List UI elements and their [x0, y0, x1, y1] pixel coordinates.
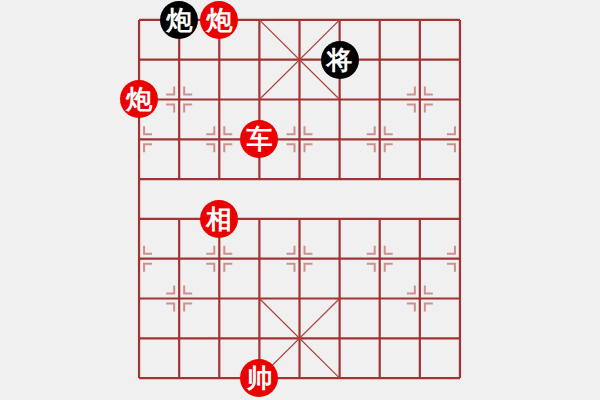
black-general[interactable]: 将	[321, 41, 359, 79]
xiangqi-board[interactable]: 炮炮将炮车相帅	[119, 0, 480, 398]
app-canvas: 炮炮将炮车相帅	[0, 0, 600, 400]
black-cannon[interactable]: 炮	[160, 1, 198, 39]
red-cannon[interactable]: 炮	[200, 1, 238, 39]
board-grid-lines	[119, 0, 480, 398]
red-elephant[interactable]: 相	[200, 200, 238, 238]
